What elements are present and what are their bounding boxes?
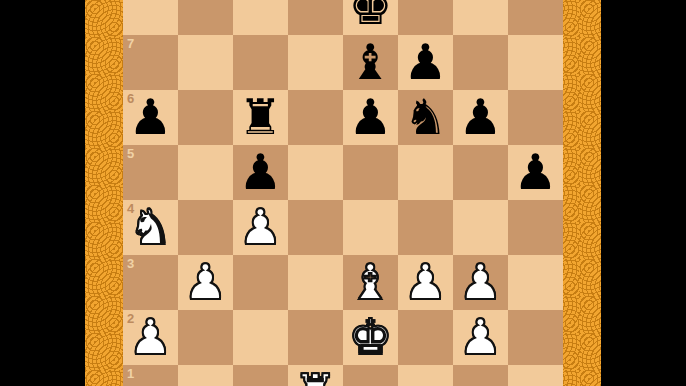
square-h6 (508, 90, 563, 145)
square-c7 (233, 35, 288, 90)
square-d3 (288, 255, 343, 310)
square-b2 (178, 310, 233, 365)
piece-white-knight-a4: ♞ (123, 200, 178, 255)
square-c4: ♟ (233, 200, 288, 255)
square-b8 (178, 0, 233, 35)
square-b1 (178, 365, 233, 386)
piece-black-rook-c6: ♜ (233, 90, 288, 145)
video-frame: ♚7♝♟6♟♜♟♞♟5♟♟4♞♟3♟♝♟♟2♟♚♟1♜ (0, 0, 686, 386)
piece-black-pawn-h5: ♟ (508, 145, 563, 200)
square-c5: ♟ (233, 145, 288, 200)
square-b7 (178, 35, 233, 90)
square-a1: 1 (123, 365, 178, 386)
square-e7: ♝ (343, 35, 398, 90)
piece-white-pawn-a2: ♟ (123, 310, 178, 365)
square-g1 (453, 365, 508, 386)
square-a8 (123, 0, 178, 35)
square-f4 (398, 200, 453, 255)
square-h4 (508, 200, 563, 255)
square-a2: 2♟ (123, 310, 178, 365)
rank-label-1: 1 (127, 367, 134, 380)
square-b4 (178, 200, 233, 255)
square-f7: ♟ (398, 35, 453, 90)
square-g5 (453, 145, 508, 200)
square-b6 (178, 90, 233, 145)
piece-white-pawn-g3: ♟ (453, 255, 508, 310)
square-f8 (398, 0, 453, 35)
square-b5 (178, 145, 233, 200)
piece-black-pawn-e6: ♟ (343, 90, 398, 145)
piece-black-knight-f6: ♞ (398, 90, 453, 145)
piece-white-pawn-f3: ♟ (398, 255, 453, 310)
square-a6: 6♟ (123, 90, 178, 145)
piece-white-pawn-b3: ♟ (178, 255, 233, 310)
square-g7 (453, 35, 508, 90)
square-e1 (343, 365, 398, 386)
square-h8 (508, 0, 563, 35)
piece-white-rook-d1: ♜ (288, 365, 343, 386)
square-a5: 5 (123, 145, 178, 200)
square-f1 (398, 365, 453, 386)
piece-black-pawn-a6: ♟ (123, 90, 178, 145)
square-a4: 4♞ (123, 200, 178, 255)
square-e3: ♝ (343, 255, 398, 310)
piece-white-bishop-e3: ♝ (343, 255, 398, 310)
square-e6: ♟ (343, 90, 398, 145)
chess-board: ♚7♝♟6♟♜♟♞♟5♟♟4♞♟3♟♝♟♟2♟♚♟1♜ (123, 0, 563, 386)
square-g4 (453, 200, 508, 255)
square-f3: ♟ (398, 255, 453, 310)
square-c3 (233, 255, 288, 310)
piece-black-pawn-c5: ♟ (233, 145, 288, 200)
board-frame-pattern: ♚7♝♟6♟♜♟♞♟5♟♟4♞♟3♟♝♟♟2♟♚♟1♜ (85, 0, 601, 386)
piece-black-pawn-g6: ♟ (453, 90, 508, 145)
square-c6: ♜ (233, 90, 288, 145)
square-c8 (233, 0, 288, 35)
square-d1: ♜ (288, 365, 343, 386)
square-d8 (288, 0, 343, 35)
square-g3: ♟ (453, 255, 508, 310)
rank-label-7: 7 (127, 37, 134, 50)
square-e2: ♚ (343, 310, 398, 365)
square-e8: ♚ (343, 0, 398, 35)
piece-white-pawn-g2: ♟ (453, 310, 508, 365)
square-c2 (233, 310, 288, 365)
square-a7: 7 (123, 35, 178, 90)
square-d6 (288, 90, 343, 145)
piece-white-king-e2: ♚ (343, 310, 398, 365)
square-g6: ♟ (453, 90, 508, 145)
piece-black-bishop-e7: ♝ (343, 35, 398, 90)
square-f5 (398, 145, 453, 200)
square-h3 (508, 255, 563, 310)
square-g2: ♟ (453, 310, 508, 365)
piece-white-pawn-c4: ♟ (233, 200, 288, 255)
square-c1 (233, 365, 288, 386)
square-h5: ♟ (508, 145, 563, 200)
square-d5 (288, 145, 343, 200)
square-f6: ♞ (398, 90, 453, 145)
square-e5 (343, 145, 398, 200)
square-h7 (508, 35, 563, 90)
square-f2 (398, 310, 453, 365)
square-d2 (288, 310, 343, 365)
piece-black-king-e8: ♚ (343, 0, 398, 35)
rank-label-5: 5 (127, 147, 134, 160)
square-e4 (343, 200, 398, 255)
square-g8 (453, 0, 508, 35)
piece-black-pawn-f7: ♟ (398, 35, 453, 90)
square-a3: 3 (123, 255, 178, 310)
square-d4 (288, 200, 343, 255)
square-d7 (288, 35, 343, 90)
square-b3: ♟ (178, 255, 233, 310)
square-h1 (508, 365, 563, 386)
square-h2 (508, 310, 563, 365)
rank-label-3: 3 (127, 257, 134, 270)
